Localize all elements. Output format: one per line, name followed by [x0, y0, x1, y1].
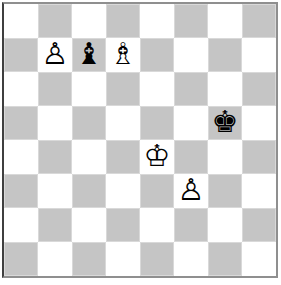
square-c4[interactable]: [72, 140, 106, 174]
square-a4[interactable]: [4, 140, 38, 174]
square-e8[interactable]: [140, 4, 174, 38]
square-b3[interactable]: [38, 174, 72, 208]
square-a6[interactable]: [4, 72, 38, 106]
square-c7[interactable]: ♝: [72, 38, 106, 72]
square-g5[interactable]: ♚: [208, 106, 242, 140]
square-b7[interactable]: ♙: [38, 38, 72, 72]
square-e3[interactable]: [140, 174, 174, 208]
white-pawn: ♙: [178, 173, 205, 207]
square-g3[interactable]: [208, 174, 242, 208]
black-king: ♚: [212, 105, 239, 139]
square-g4[interactable]: [208, 140, 242, 174]
square-f7[interactable]: [174, 38, 208, 72]
square-e4[interactable]: ♔: [140, 140, 174, 174]
square-b2[interactable]: [38, 208, 72, 242]
square-h1[interactable]: [242, 242, 276, 276]
square-d7[interactable]: ♗: [106, 38, 140, 72]
square-a8[interactable]: [4, 4, 38, 38]
square-c2[interactable]: [72, 208, 106, 242]
square-g7[interactable]: [208, 38, 242, 72]
square-d4[interactable]: [106, 140, 140, 174]
square-c3[interactable]: [72, 174, 106, 208]
white-bishop: ♗: [110, 37, 137, 71]
square-h2[interactable]: [242, 208, 276, 242]
square-b1[interactable]: [38, 242, 72, 276]
square-c8[interactable]: [72, 4, 106, 38]
square-h8[interactable]: [242, 4, 276, 38]
square-a2[interactable]: [4, 208, 38, 242]
square-h6[interactable]: [242, 72, 276, 106]
square-d2[interactable]: [106, 208, 140, 242]
square-f1[interactable]: [174, 242, 208, 276]
square-b6[interactable]: [38, 72, 72, 106]
square-e2[interactable]: [140, 208, 174, 242]
white-pawn: ♙: [42, 37, 69, 71]
square-g1[interactable]: [208, 242, 242, 276]
square-d1[interactable]: [106, 242, 140, 276]
square-e6[interactable]: [140, 72, 174, 106]
chess-board: ♙♝♗♚♔♙: [2, 2, 278, 278]
square-f5[interactable]: [174, 106, 208, 140]
square-b5[interactable]: [38, 106, 72, 140]
square-c1[interactable]: [72, 242, 106, 276]
square-e5[interactable]: [140, 106, 174, 140]
square-b4[interactable]: [38, 140, 72, 174]
square-f8[interactable]: [174, 4, 208, 38]
square-d5[interactable]: [106, 106, 140, 140]
square-b8[interactable]: [38, 4, 72, 38]
square-h7[interactable]: [242, 38, 276, 72]
square-f6[interactable]: [174, 72, 208, 106]
square-c5[interactable]: [72, 106, 106, 140]
square-h3[interactable]: [242, 174, 276, 208]
chess-diagram-page: ♙♝♗♚♔♙: [0, 0, 281, 285]
square-a3[interactable]: [4, 174, 38, 208]
square-a5[interactable]: [4, 106, 38, 140]
square-g6[interactable]: [208, 72, 242, 106]
square-f3[interactable]: ♙: [174, 174, 208, 208]
square-c6[interactable]: [72, 72, 106, 106]
square-f2[interactable]: [174, 208, 208, 242]
square-d6[interactable]: [106, 72, 140, 106]
square-e1[interactable]: [140, 242, 174, 276]
square-g2[interactable]: [208, 208, 242, 242]
square-h4[interactable]: [242, 140, 276, 174]
square-d3[interactable]: [106, 174, 140, 208]
square-a1[interactable]: [4, 242, 38, 276]
square-g8[interactable]: [208, 4, 242, 38]
square-e7[interactable]: [140, 38, 174, 72]
square-d8[interactable]: [106, 4, 140, 38]
white-king: ♔: [144, 139, 171, 173]
square-f4[interactable]: [174, 140, 208, 174]
square-h5[interactable]: [242, 106, 276, 140]
black-bishop: ♝: [76, 37, 103, 71]
square-a7[interactable]: [4, 38, 38, 72]
